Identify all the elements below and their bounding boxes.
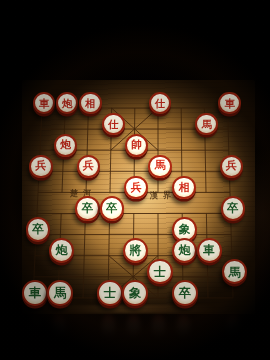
- piece-green-soldier[interactable]: 卒: [100, 196, 124, 220]
- piece-red-soldier[interactable]: 兵: [220, 155, 244, 179]
- piece-character: 炮: [56, 245, 68, 257]
- piece-green-general[interactable]: 將: [123, 238, 148, 263]
- piece-character: 炮: [60, 140, 71, 151]
- piece-red-advisor[interactable]: 仕: [102, 113, 125, 136]
- piece-reflection: [27, 315, 40, 339]
- piece-reflection: [227, 315, 240, 339]
- piece-character: 馬: [154, 161, 165, 172]
- piece-green-soldier[interactable]: 卒: [221, 196, 245, 220]
- piece-green-chariot[interactable]: 車: [197, 238, 222, 263]
- piece-character: 相: [178, 182, 189, 193]
- piece-character: 馬: [54, 287, 66, 299]
- piece-reflection: [127, 315, 140, 339]
- piece-red-cannon[interactable]: 炮: [54, 134, 77, 157]
- piece-character: 卒: [82, 203, 93, 214]
- piece-character: 卒: [179, 287, 191, 299]
- piece-character: 仕: [155, 98, 165, 108]
- piece-reflection: [52, 315, 65, 339]
- piece-character: 士: [154, 266, 166, 278]
- piece-reflection: [152, 315, 165, 339]
- piece-character: 馬: [228, 266, 240, 278]
- piece-character: 兵: [226, 161, 237, 172]
- piece-character: 炮: [62, 98, 72, 108]
- piece-green-soldier[interactable]: 卒: [26, 217, 51, 242]
- piece-green-soldier[interactable]: 卒: [172, 280, 198, 306]
- piece-green-advisor[interactable]: 士: [97, 280, 123, 306]
- piece-red-elephant[interactable]: 相: [172, 176, 196, 200]
- photo-stage: 楚河 漢界 車炮相仕車仕馬炮帥兵兵馬兵兵相卒卒卒卒象炮將炮車士馬車馬士象卒: [0, 0, 270, 360]
- piece-character: 兵: [35, 161, 46, 172]
- piece-red-soldier[interactable]: 兵: [124, 176, 148, 200]
- piece-character: 相: [85, 98, 95, 108]
- piece-character: 象: [129, 287, 141, 299]
- piece-red-elephant[interactable]: 相: [79, 92, 101, 114]
- piece-character: 車: [203, 245, 215, 257]
- piece-green-soldier[interactable]: 卒: [75, 196, 99, 220]
- piece-character: 象: [179, 224, 191, 236]
- piece-red-soldier[interactable]: 兵: [77, 155, 101, 179]
- piece-character: 車: [224, 98, 234, 108]
- piece-green-horse[interactable]: 馬: [47, 280, 73, 306]
- piece-reflection: [102, 315, 115, 339]
- piece-character: 車: [39, 98, 49, 108]
- piece-red-general[interactable]: 帥: [125, 134, 148, 157]
- piece-red-soldier[interactable]: 兵: [29, 155, 53, 179]
- piece-character: 將: [129, 245, 141, 257]
- piece-red-chariot[interactable]: 車: [218, 92, 240, 114]
- piece-red-horse[interactable]: 馬: [148, 155, 172, 179]
- piece-character: 馬: [202, 119, 213, 130]
- piece-character: 兵: [83, 161, 94, 172]
- piece-character: 帥: [131, 140, 142, 151]
- piece-green-elephant[interactable]: 象: [122, 280, 148, 306]
- piece-character: 仕: [108, 119, 119, 130]
- piece-character: 卒: [227, 203, 238, 214]
- piece-reflection: [177, 315, 190, 339]
- piece-character: 卒: [106, 203, 117, 214]
- piece-green-chariot[interactable]: 車: [22, 280, 48, 306]
- piece-green-advisor[interactable]: 士: [147, 259, 172, 284]
- piece-character: 兵: [130, 182, 141, 193]
- piece-character: 車: [29, 287, 41, 299]
- piece-character: 炮: [179, 245, 191, 257]
- piece-character: 士: [104, 287, 116, 299]
- piece-character: 卒: [32, 224, 44, 236]
